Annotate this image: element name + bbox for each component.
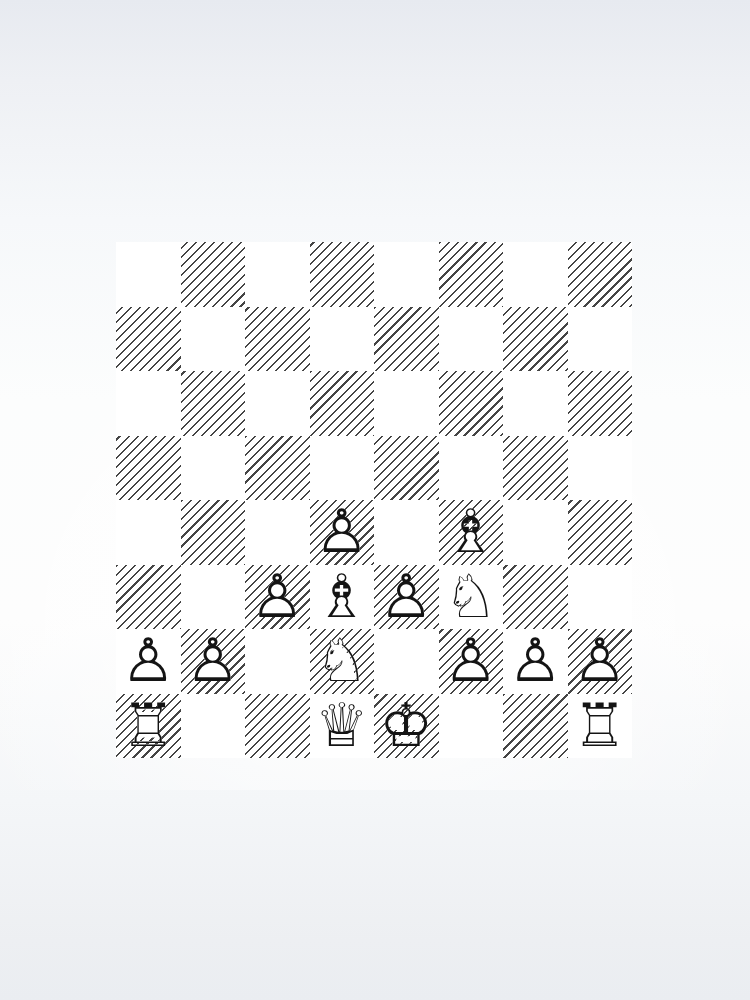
white-pawn-h2: ♟♙ [568, 629, 633, 694]
square-h2: ♟♙ [568, 629, 633, 694]
square-a2: ♟♙ [116, 629, 181, 694]
square-e6 [374, 371, 439, 436]
piece-fill: ♟ [116, 628, 181, 693]
white-bishop-f4: ♝♗ [439, 500, 504, 565]
white-rook-h1: ♜♖ [568, 694, 633, 759]
white-king-e1: ♚♔ [374, 694, 439, 759]
piece-fill: ♟ [439, 628, 504, 693]
piece-outline: ♙ [439, 628, 504, 693]
piece-outline: ♙ [374, 564, 439, 629]
piece-outline: ♙ [310, 499, 375, 564]
square-d4: ♟♙ [310, 500, 375, 565]
square-g7 [503, 307, 568, 372]
piece-fill: ♟ [568, 628, 633, 693]
square-h4 [568, 500, 633, 565]
square-a1: ♜♖ [116, 694, 181, 759]
piece-outline: ♕ [310, 693, 375, 758]
square-b3 [181, 565, 246, 630]
square-h1: ♜♖ [568, 694, 633, 759]
square-d8 [310, 242, 375, 307]
square-c3: ♟♙ [245, 565, 310, 630]
square-h7 [568, 307, 633, 372]
piece-fill: ♟ [310, 499, 375, 564]
square-a5 [116, 436, 181, 501]
square-e7 [374, 307, 439, 372]
square-a7 [116, 307, 181, 372]
piece-fill: ♜ [116, 693, 181, 758]
poster-background: ♟♙♝♗♟♙♝♗♟♙♞♘♟♙♟♙♞♘♟♙♟♙♟♙♜♖♛♕♚♔♜♖ [0, 0, 750, 1000]
piece-outline: ♗ [310, 564, 375, 629]
square-g4 [503, 500, 568, 565]
piece-outline: ♘ [310, 628, 375, 693]
square-b8 [181, 242, 246, 307]
square-d3: ♝♗ [310, 565, 375, 630]
square-h6 [568, 371, 633, 436]
piece-outline: ♙ [568, 628, 633, 693]
square-d5 [310, 436, 375, 501]
white-pawn-c3: ♟♙ [245, 565, 310, 630]
square-b1 [181, 694, 246, 759]
square-c8 [245, 242, 310, 307]
piece-outline: ♖ [116, 693, 181, 758]
square-g5 [503, 436, 568, 501]
piece-outline: ♙ [181, 628, 246, 693]
piece-fill: ♝ [310, 564, 375, 629]
piece-fill: ♛ [310, 693, 375, 758]
white-pawn-e3: ♟♙ [374, 565, 439, 630]
piece-outline: ♘ [439, 564, 504, 629]
square-d7 [310, 307, 375, 372]
square-f8 [439, 242, 504, 307]
white-pawn-b2: ♟♙ [181, 629, 246, 694]
square-e1: ♚♔ [374, 694, 439, 759]
piece-fill: ♟ [503, 628, 568, 693]
piece-outline: ♗ [439, 499, 504, 564]
square-b7 [181, 307, 246, 372]
piece-fill: ♟ [374, 564, 439, 629]
piece-fill: ♚ [374, 693, 439, 758]
square-b6 [181, 371, 246, 436]
piece-outline: ♙ [245, 564, 310, 629]
square-f7 [439, 307, 504, 372]
white-pawn-f2: ♟♙ [439, 629, 504, 694]
square-e5 [374, 436, 439, 501]
square-g1 [503, 694, 568, 759]
chess-board: ♟♙♝♗♟♙♝♗♟♙♞♘♟♙♟♙♞♘♟♙♟♙♟♙♜♖♛♕♚♔♜♖ [116, 242, 632, 758]
piece-fill: ♟ [245, 564, 310, 629]
white-pawn-d4: ♟♙ [310, 500, 375, 565]
square-d2: ♞♘ [310, 629, 375, 694]
piece-fill: ♞ [439, 564, 504, 629]
square-h8 [568, 242, 633, 307]
piece-outline: ♙ [503, 628, 568, 693]
square-g2: ♟♙ [503, 629, 568, 694]
square-c1 [245, 694, 310, 759]
white-queen-d1: ♛♕ [310, 694, 375, 759]
white-pawn-a2: ♟♙ [116, 629, 181, 694]
square-c7 [245, 307, 310, 372]
piece-fill: ♞ [310, 628, 375, 693]
square-d1: ♛♕ [310, 694, 375, 759]
square-f6 [439, 371, 504, 436]
square-c2 [245, 629, 310, 694]
piece-outline: ♙ [116, 628, 181, 693]
square-f3: ♞♘ [439, 565, 504, 630]
square-b2: ♟♙ [181, 629, 246, 694]
square-f1 [439, 694, 504, 759]
square-g8 [503, 242, 568, 307]
square-g3 [503, 565, 568, 630]
square-h3 [568, 565, 633, 630]
square-f4: ♝♗ [439, 500, 504, 565]
square-e2 [374, 629, 439, 694]
piece-fill: ♜ [568, 693, 633, 758]
piece-outline: ♔ [374, 693, 439, 758]
white-rook-a1: ♜♖ [116, 694, 181, 759]
white-pawn-g2: ♟♙ [503, 629, 568, 694]
square-e3: ♟♙ [374, 565, 439, 630]
piece-outline: ♖ [568, 693, 633, 758]
white-knight-f3: ♞♘ [439, 565, 504, 630]
square-a4 [116, 500, 181, 565]
square-c4 [245, 500, 310, 565]
piece-fill: ♟ [181, 628, 246, 693]
square-f2: ♟♙ [439, 629, 504, 694]
square-a6 [116, 371, 181, 436]
white-bishop-d3: ♝♗ [310, 565, 375, 630]
square-f5 [439, 436, 504, 501]
square-g6 [503, 371, 568, 436]
square-c6 [245, 371, 310, 436]
square-e8 [374, 242, 439, 307]
square-b5 [181, 436, 246, 501]
square-a3 [116, 565, 181, 630]
square-b4 [181, 500, 246, 565]
square-e4 [374, 500, 439, 565]
square-a8 [116, 242, 181, 307]
square-h5 [568, 436, 633, 501]
white-knight-d2: ♞♘ [310, 629, 375, 694]
piece-fill: ♝ [439, 499, 504, 564]
square-d6 [310, 371, 375, 436]
square-c5 [245, 436, 310, 501]
